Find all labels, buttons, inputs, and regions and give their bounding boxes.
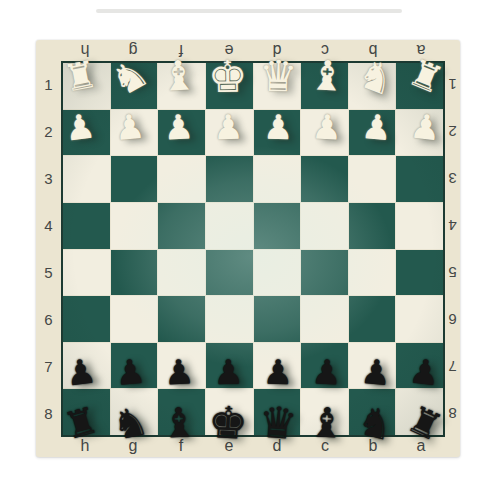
square-e8: ♚ xyxy=(206,389,253,435)
square-f6 xyxy=(158,296,205,342)
square-g3 xyxy=(111,156,158,202)
square-a1: ♜ xyxy=(396,63,443,109)
square-d2: ♟ xyxy=(254,110,301,156)
board-grid: ♜♞♝♚♛♝♞♜♟♟♟♟♟♟♟♟♟♟♟♟♟♟♟♟♜♞♝♚♛♝♞♜ xyxy=(63,63,443,435)
square-g8: ♞ xyxy=(111,389,158,435)
square-f7: ♟ xyxy=(158,343,205,389)
square-f2: ♟ xyxy=(158,110,205,156)
piece-black-pawn-d7: ♟ xyxy=(262,354,293,389)
piece-black-pawn-f7: ♟ xyxy=(163,354,195,390)
rank-label-1: 1 xyxy=(36,61,61,108)
piece-black-pawn-a7: ♟ xyxy=(408,353,442,390)
rank-label-6: 6 xyxy=(36,296,61,343)
piece-white-king-e1: ♚ xyxy=(208,54,248,99)
square-d5 xyxy=(254,250,301,296)
piece-black-knight-g8: ♞ xyxy=(108,400,151,447)
square-g6 xyxy=(111,296,158,342)
square-b6 xyxy=(349,296,396,342)
piece-black-bishop-f8: ♝ xyxy=(160,402,199,445)
square-g1: ♞ xyxy=(111,63,158,109)
rank-label-8: 8 xyxy=(36,390,61,437)
piece-black-pawn-b7: ♟ xyxy=(359,353,392,390)
rank-label-4: 4 xyxy=(445,202,460,249)
rank-label-3: 3 xyxy=(36,155,61,202)
piece-black-pawn-c7: ♟ xyxy=(311,354,343,390)
square-a8: ♜ xyxy=(396,389,443,435)
rank-label-5: 5 xyxy=(36,249,61,296)
square-c3 xyxy=(301,156,348,202)
vinyl-chess-mat: hgfedcba hgfedcba 12345678 12345678 ♜♞♝♚… xyxy=(36,40,460,457)
square-h5 xyxy=(63,250,110,296)
square-e6 xyxy=(206,296,253,342)
rank-label-3: 3 xyxy=(445,155,460,202)
square-h7: ♟ xyxy=(63,343,110,389)
piece-white-pawn-b2: ♟ xyxy=(360,109,393,146)
square-a6 xyxy=(396,296,443,342)
square-d3 xyxy=(254,156,301,202)
square-c7: ♟ xyxy=(301,343,348,389)
rank-labels-left: 12345678 xyxy=(36,61,61,437)
square-f1: ♝ xyxy=(158,63,205,109)
piece-white-rook-h1: ♜ xyxy=(60,55,100,98)
square-b4 xyxy=(349,203,396,249)
square-f3 xyxy=(158,156,205,202)
piece-black-pawn-h7: ♟ xyxy=(64,353,98,390)
square-h2: ♟ xyxy=(63,110,110,156)
piece-black-bishop-c8: ♝ xyxy=(307,402,346,445)
square-d8: ♛ xyxy=(254,389,301,435)
square-h1: ♜ xyxy=(63,63,110,109)
square-c6 xyxy=(301,296,348,342)
chess-set-product-photo: hgfedcba hgfedcba 12345678 12345678 ♜♞♝♚… xyxy=(0,0,500,500)
piece-white-pawn-d2: ♟ xyxy=(262,110,293,145)
piece-white-queen-d1: ♛ xyxy=(258,55,297,99)
piece-white-pawn-e2: ♟ xyxy=(213,110,244,145)
rank-label-5: 5 xyxy=(445,249,460,296)
square-c5 xyxy=(301,250,348,296)
square-b2: ♟ xyxy=(349,110,396,156)
piece-white-pawn-f2: ♟ xyxy=(163,110,195,146)
piece-black-queen-d8: ♛ xyxy=(257,400,298,446)
square-b1: ♞ xyxy=(349,63,396,109)
square-d4 xyxy=(254,203,301,249)
square-a4 xyxy=(396,203,443,249)
square-g5 xyxy=(111,250,158,296)
rank-label-2: 2 xyxy=(36,108,61,155)
piece-black-pawn-e7: ♟ xyxy=(213,354,244,389)
square-d1: ♛ xyxy=(254,63,301,109)
piece-white-pawn-h2: ♟ xyxy=(63,109,97,146)
square-f4 xyxy=(158,203,205,249)
piece-white-bishop-f1: ♝ xyxy=(159,55,198,98)
square-g7: ♟ xyxy=(111,343,158,389)
rank-label-1: 1 xyxy=(445,61,460,108)
square-b7: ♟ xyxy=(349,343,396,389)
square-c2: ♟ xyxy=(301,110,348,156)
square-e4 xyxy=(206,203,253,249)
square-d7: ♟ xyxy=(254,343,301,389)
square-c1: ♝ xyxy=(301,63,348,109)
square-a3 xyxy=(396,156,443,202)
piece-black-pawn-g7: ♟ xyxy=(114,353,147,390)
square-e5 xyxy=(206,250,253,296)
rank-label-2: 2 xyxy=(445,108,460,155)
square-d6 xyxy=(254,296,301,342)
square-f8: ♝ xyxy=(158,389,205,435)
square-c4 xyxy=(301,203,348,249)
square-h4 xyxy=(63,203,110,249)
piece-white-pawn-c2: ♟ xyxy=(311,110,343,146)
piece-white-pawn-a2: ♟ xyxy=(409,109,443,146)
piece-black-king-e8: ♚ xyxy=(208,400,250,446)
square-g2: ♟ xyxy=(111,110,158,156)
square-g4 xyxy=(111,203,158,249)
square-h6 xyxy=(63,296,110,342)
square-b8: ♞ xyxy=(349,389,396,435)
square-h8: ♜ xyxy=(63,389,110,435)
piece-white-rook-a1: ♜ xyxy=(404,53,449,100)
rank-label-7: 7 xyxy=(36,343,61,390)
piece-white-pawn-g2: ♟ xyxy=(113,109,146,146)
square-b3 xyxy=(349,156,396,202)
square-a5 xyxy=(396,250,443,296)
square-b5 xyxy=(349,250,396,296)
square-f5 xyxy=(158,250,205,296)
square-a2: ♟ xyxy=(396,110,443,156)
mat-top-edge-shadow xyxy=(96,9,402,13)
square-e7: ♟ xyxy=(206,343,253,389)
rank-label-4: 4 xyxy=(36,202,61,249)
square-h3 xyxy=(63,156,110,202)
rank-labels-right: 12345678 xyxy=(445,61,460,437)
rank-label-6: 6 xyxy=(445,296,460,343)
square-c8: ♝ xyxy=(301,389,348,435)
square-a7: ♟ xyxy=(396,343,443,389)
square-e2: ♟ xyxy=(206,110,253,156)
chess-board: ♜♞♝♚♛♝♞♜♟♟♟♟♟♟♟♟♟♟♟♟♟♟♟♟♜♞♝♚♛♝♞♜ xyxy=(61,61,445,437)
square-e3 xyxy=(206,156,253,202)
square-e1: ♚ xyxy=(206,63,253,109)
rank-label-7: 7 xyxy=(445,343,460,390)
piece-white-bishop-c1: ♝ xyxy=(308,55,347,98)
